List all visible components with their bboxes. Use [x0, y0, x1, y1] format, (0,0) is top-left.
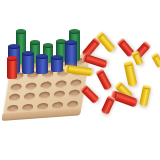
board-hole-r5c2: [21, 103, 33, 111]
loose-cylinder-yellow-14: [139, 85, 151, 106]
board-hole-r5c4: [51, 101, 63, 109]
loose-cylinder-yellow-15: [151, 53, 160, 68]
red-peg-top: [7, 56, 17, 61]
blue-peg-body: [22, 53, 34, 74]
board-hole-r5c5: [66, 100, 78, 108]
board-hole-r5c1: [6, 104, 18, 112]
red-peg-body: [7, 58, 17, 79]
board-hole-r3c2: [25, 82, 37, 90]
green-peg-top: [16, 29, 26, 34]
loose-cylinder-red-13: [101, 96, 115, 115]
green-peg-top: [43, 43, 53, 48]
board-hole-r4c1: [8, 94, 20, 102]
loose-cylinder-yellow-8: [123, 61, 137, 86]
blue-peg-top: [65, 40, 77, 45]
board-hole-r4c2: [23, 92, 35, 100]
peg-blue-r2c3: [36, 56, 48, 74]
blue-peg-body: [36, 56, 48, 74]
board-hole-r4c4: [53, 90, 65, 98]
blue-peg-top: [8, 44, 20, 49]
blue-peg-top: [51, 55, 63, 60]
board-hole-r3c1: [10, 83, 22, 91]
peg-blue-r2c2: [22, 53, 34, 74]
board-hole-r5c3: [36, 102, 48, 110]
peg-red-r3c1: [7, 58, 17, 79]
green-peg-top: [69, 29, 80, 34]
board-hole-r3c3: [40, 81, 52, 89]
toy-photo-scene: [0, 0, 160, 160]
blue-peg-top: [36, 54, 48, 59]
board-hole-r3c5: [69, 79, 81, 87]
loose-cylinder-red-10: [80, 84, 99, 103]
board-hole-r3c4: [54, 80, 66, 88]
board-hole-r4c3: [38, 91, 50, 99]
board-hole-r4c5: [68, 89, 80, 97]
blue-peg-top: [22, 51, 34, 56]
green-peg-top: [30, 40, 40, 45]
peg-blue-r2c4: [51, 57, 63, 72]
loose-cylinder-red-7: [96, 69, 112, 90]
